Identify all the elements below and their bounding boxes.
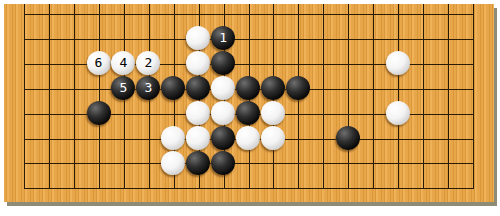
white-stone xyxy=(261,101,285,125)
white-stone xyxy=(186,101,210,125)
black-stone xyxy=(211,126,235,150)
go-diagram-page: 164253 xyxy=(0,0,500,216)
black-stone xyxy=(236,101,260,125)
move-number-label: 2 xyxy=(136,51,160,75)
white-stone xyxy=(211,101,235,125)
white-stone xyxy=(161,126,185,150)
grid-line-vertical xyxy=(348,4,349,189)
grid-line-vertical xyxy=(99,4,100,189)
grid-line-horizontal xyxy=(24,39,474,40)
white-stone: 6 xyxy=(87,51,111,75)
white-stone xyxy=(386,51,410,75)
black-stone xyxy=(286,76,310,100)
black-stone xyxy=(161,76,185,100)
black-stone xyxy=(87,101,111,125)
grid-line-vertical xyxy=(398,4,399,189)
white-stone xyxy=(261,126,285,150)
black-stone xyxy=(211,151,235,175)
go-board: 164253 xyxy=(4,4,494,202)
grid-line-vertical xyxy=(74,4,75,189)
black-stone xyxy=(186,151,210,175)
grid-line-vertical xyxy=(423,4,424,189)
white-stone xyxy=(186,26,210,50)
grid-line-horizontal xyxy=(24,14,474,15)
grid-line-vertical xyxy=(473,4,474,189)
white-stone: 4 xyxy=(111,51,135,75)
move-number-label: 3 xyxy=(136,76,160,100)
black-stone xyxy=(211,51,235,75)
grid-line-horizontal xyxy=(24,188,474,189)
move-number-label: 6 xyxy=(87,51,111,75)
white-stone: 2 xyxy=(136,51,160,75)
black-stone: 1 xyxy=(211,26,235,50)
black-stone: 5 xyxy=(111,76,135,100)
grid-line-vertical xyxy=(323,4,324,189)
grid-line-vertical xyxy=(24,4,25,189)
white-stone xyxy=(161,151,185,175)
grid-line-vertical xyxy=(448,4,449,189)
white-stone xyxy=(211,76,235,100)
move-number-label: 4 xyxy=(111,51,135,75)
grid-line-horizontal xyxy=(24,163,474,164)
white-stone xyxy=(386,101,410,125)
black-stone xyxy=(261,76,285,100)
black-stone xyxy=(336,126,360,150)
black-stone xyxy=(236,76,260,100)
black-stone xyxy=(186,76,210,100)
black-stone: 3 xyxy=(136,76,160,100)
grid-line-vertical xyxy=(49,4,50,189)
grid-line-vertical xyxy=(373,4,374,189)
white-stone xyxy=(236,126,260,150)
move-number-label: 1 xyxy=(211,26,235,50)
move-number-label: 5 xyxy=(111,76,135,100)
white-stone xyxy=(186,51,210,75)
white-stone xyxy=(186,126,210,150)
